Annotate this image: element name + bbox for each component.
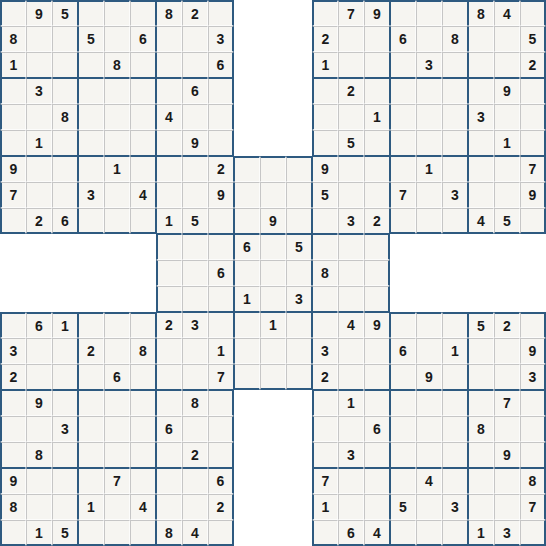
cell-r1c1[interactable] [0, 0, 26, 26]
cell-r1c7[interactable]: 8 [156, 0, 182, 26]
cell-r17c6[interactable] [130, 416, 156, 442]
cell-r16c18[interactable] [442, 390, 468, 416]
cell-r1c4[interactable] [78, 0, 104, 26]
cell-r3c18[interactable] [442, 52, 468, 78]
cell-r9c18[interactable] [442, 208, 468, 234]
cell-r21c5[interactable] [104, 520, 130, 546]
cell-r20c3[interactable] [52, 494, 78, 520]
cell-r17c13[interactable] [312, 416, 338, 442]
cell-r4c5[interactable] [104, 78, 130, 104]
cell-r2c5[interactable] [104, 26, 130, 52]
cell-r18c15[interactable] [364, 442, 390, 468]
cell-r6c2[interactable]: 1 [26, 130, 52, 156]
cell-r3c17[interactable]: 3 [416, 52, 442, 78]
cell-r17c5[interactable] [104, 416, 130, 442]
cell-r5c16[interactable] [390, 104, 416, 130]
cell-r14c1[interactable]: 3 [0, 338, 26, 364]
cell-r6c1[interactable] [0, 130, 26, 156]
cell-r7c10[interactable] [234, 156, 260, 182]
cell-r4c14[interactable]: 2 [338, 78, 364, 104]
cell-r2c21[interactable]: 5 [520, 26, 546, 52]
cell-r15c16[interactable] [390, 364, 416, 390]
cell-r7c19[interactable] [468, 156, 494, 182]
cell-r8c10[interactable] [234, 182, 260, 208]
cell-r15c5[interactable]: 6 [104, 364, 130, 390]
cell-r15c3[interactable] [52, 364, 78, 390]
cell-r4c21[interactable] [520, 78, 546, 104]
cell-r12c14[interactable] [338, 286, 364, 312]
cell-r7c7[interactable] [156, 156, 182, 182]
cell-r1c16[interactable] [390, 0, 416, 26]
cell-r8c8[interactable] [182, 182, 208, 208]
cell-r12c7[interactable] [156, 286, 182, 312]
cell-r12c13[interactable] [312, 286, 338, 312]
cell-r2c20[interactable] [494, 26, 520, 52]
cell-r9c11[interactable]: 9 [260, 208, 286, 234]
cell-r5c6[interactable] [130, 104, 156, 130]
cell-r1c6[interactable] [130, 0, 156, 26]
cell-r5c7[interactable]: 4 [156, 104, 182, 130]
cell-r14c2[interactable] [26, 338, 52, 364]
cell-r16c15[interactable] [364, 390, 390, 416]
cell-r15c12[interactable] [286, 364, 312, 390]
cell-r1c19[interactable]: 8 [468, 0, 494, 26]
cell-r21c9[interactable] [208, 520, 234, 546]
cell-r15c15[interactable] [364, 364, 390, 390]
cell-r15c21[interactable]: 3 [520, 364, 546, 390]
cell-r5c19[interactable]: 3 [468, 104, 494, 130]
cell-r18c1[interactable] [0, 442, 26, 468]
cell-r9c20[interactable]: 5 [494, 208, 520, 234]
cell-r16c14[interactable]: 1 [338, 390, 364, 416]
cell-r13c20[interactable]: 2 [494, 312, 520, 338]
cell-r9c3[interactable]: 6 [52, 208, 78, 234]
cell-r3c2[interactable] [26, 52, 52, 78]
cell-r13c19[interactable]: 5 [468, 312, 494, 338]
cell-r19c8[interactable] [182, 468, 208, 494]
cell-r18c4[interactable] [78, 442, 104, 468]
cell-r18c20[interactable]: 9 [494, 442, 520, 468]
cell-r2c9[interactable]: 3 [208, 26, 234, 52]
cell-r2c8[interactable] [182, 26, 208, 52]
cell-r10c13[interactable] [312, 234, 338, 260]
cell-r8c18[interactable]: 3 [442, 182, 468, 208]
cell-r21c4[interactable] [78, 520, 104, 546]
cell-r14c14[interactable] [338, 338, 364, 364]
cell-r20c18[interactable]: 3 [442, 494, 468, 520]
cell-r13c16[interactable] [390, 312, 416, 338]
cell-r17c8[interactable] [182, 416, 208, 442]
cell-r19c19[interactable] [468, 468, 494, 494]
cell-r5c2[interactable] [26, 104, 52, 130]
cell-r15c9[interactable]: 7 [208, 364, 234, 390]
cell-r18c2[interactable]: 8 [26, 442, 52, 468]
cell-r21c7[interactable]: 8 [156, 520, 182, 546]
cell-r7c13[interactable]: 9 [312, 156, 338, 182]
cell-r11c10[interactable] [234, 260, 260, 286]
cell-r10c15[interactable] [364, 234, 390, 260]
cell-r10c14[interactable] [338, 234, 364, 260]
cell-r14c3[interactable] [52, 338, 78, 364]
cell-r15c10[interactable] [234, 364, 260, 390]
cell-r6c8[interactable]: 9 [182, 130, 208, 156]
cell-r9c10[interactable] [234, 208, 260, 234]
cell-r4c9[interactable] [208, 78, 234, 104]
cell-r14c21[interactable]: 9 [520, 338, 546, 364]
cell-r2c1[interactable]: 8 [0, 26, 26, 52]
cell-r19c2[interactable] [26, 468, 52, 494]
cell-r6c19[interactable] [468, 130, 494, 156]
cell-r7c17[interactable]: 1 [416, 156, 442, 182]
cell-r15c20[interactable] [494, 364, 520, 390]
cell-r3c9[interactable]: 6 [208, 52, 234, 78]
cell-r6c3[interactable] [52, 130, 78, 156]
cell-r20c17[interactable] [416, 494, 442, 520]
cell-r1c17[interactable] [416, 0, 442, 26]
cell-r14c9[interactable]: 1 [208, 338, 234, 364]
cell-r19c18[interactable] [442, 468, 468, 494]
cell-r8c1[interactable]: 7 [0, 182, 26, 208]
cell-r16c6[interactable] [130, 390, 156, 416]
cell-r11c13[interactable]: 8 [312, 260, 338, 286]
cell-r16c16[interactable] [390, 390, 416, 416]
cell-r7c6[interactable] [130, 156, 156, 182]
cell-r8c2[interactable] [26, 182, 52, 208]
cell-r17c4[interactable] [78, 416, 104, 442]
cell-r18c17[interactable] [416, 442, 442, 468]
cell-r21c8[interactable]: 4 [182, 520, 208, 546]
cell-r9c19[interactable]: 4 [468, 208, 494, 234]
cell-r3c4[interactable] [78, 52, 104, 78]
cell-r19c16[interactable] [390, 468, 416, 494]
cell-r17c18[interactable] [442, 416, 468, 442]
cell-r12c9[interactable] [208, 286, 234, 312]
cell-r14c11[interactable] [260, 338, 286, 364]
cell-r8c14[interactable] [338, 182, 364, 208]
cell-r2c14[interactable] [338, 26, 364, 52]
cell-r13c6[interactable] [130, 312, 156, 338]
cell-r14c4[interactable]: 2 [78, 338, 104, 364]
cell-r13c2[interactable]: 6 [26, 312, 52, 338]
cell-r13c10[interactable] [234, 312, 260, 338]
cell-r4c1[interactable] [0, 78, 26, 104]
cell-r7c9[interactable]: 2 [208, 156, 234, 182]
cell-r8c9[interactable]: 9 [208, 182, 234, 208]
cell-r6c17[interactable] [416, 130, 442, 156]
cell-r14c7[interactable] [156, 338, 182, 364]
cell-r5c5[interactable] [104, 104, 130, 130]
cell-r3c6[interactable] [130, 52, 156, 78]
cell-r15c14[interactable] [338, 364, 364, 390]
cell-r4c6[interactable] [130, 78, 156, 104]
cell-r13c12[interactable] [286, 312, 312, 338]
cell-r18c18[interactable] [442, 442, 468, 468]
cell-r5c8[interactable] [182, 104, 208, 130]
cell-r5c4[interactable] [78, 104, 104, 130]
cell-r7c8[interactable] [182, 156, 208, 182]
cell-r2c7[interactable] [156, 26, 182, 52]
cell-r17c17[interactable] [416, 416, 442, 442]
cell-r7c3[interactable] [52, 156, 78, 182]
cell-r13c17[interactable] [416, 312, 442, 338]
cell-r4c8[interactable]: 6 [182, 78, 208, 104]
cell-r8c15[interactable] [364, 182, 390, 208]
cell-r16c9[interactable] [208, 390, 234, 416]
cell-r8c13[interactable]: 5 [312, 182, 338, 208]
cell-r8c4[interactable]: 3 [78, 182, 104, 208]
cell-r20c6[interactable]: 4 [130, 494, 156, 520]
cell-r16c7[interactable] [156, 390, 182, 416]
cell-r19c3[interactable] [52, 468, 78, 494]
cell-r6c13[interactable] [312, 130, 338, 156]
cell-r18c5[interactable] [104, 442, 130, 468]
cell-r17c2[interactable] [26, 416, 52, 442]
cell-r3c15[interactable] [364, 52, 390, 78]
cell-r10c10[interactable]: 6 [234, 234, 260, 260]
cell-r8c20[interactable] [494, 182, 520, 208]
cell-r19c9[interactable]: 6 [208, 468, 234, 494]
cell-r17c14[interactable] [338, 416, 364, 442]
cell-r6c21[interactable] [520, 130, 546, 156]
cell-r5c13[interactable] [312, 104, 338, 130]
cell-r21c13[interactable] [312, 520, 338, 546]
cell-r13c5[interactable] [104, 312, 130, 338]
cell-r17c20[interactable] [494, 416, 520, 442]
cell-r5c1[interactable] [0, 104, 26, 130]
cell-r9c16[interactable] [390, 208, 416, 234]
cell-r20c13[interactable]: 1 [312, 494, 338, 520]
cell-r17c16[interactable] [390, 416, 416, 442]
cell-r7c2[interactable] [26, 156, 52, 182]
cell-r20c16[interactable]: 5 [390, 494, 416, 520]
cell-r1c2[interactable]: 9 [26, 0, 52, 26]
cell-r15c13[interactable]: 2 [312, 364, 338, 390]
cell-r15c17[interactable]: 9 [416, 364, 442, 390]
cell-r12c15[interactable] [364, 286, 390, 312]
cell-r8c17[interactable] [416, 182, 442, 208]
cell-r9c4[interactable] [78, 208, 104, 234]
cell-r20c15[interactable] [364, 494, 390, 520]
cell-r19c17[interactable]: 4 [416, 468, 442, 494]
cell-r15c6[interactable] [130, 364, 156, 390]
cell-r20c1[interactable]: 8 [0, 494, 26, 520]
cell-r5c9[interactable] [208, 104, 234, 130]
cell-r16c8[interactable]: 8 [182, 390, 208, 416]
cell-r3c8[interactable] [182, 52, 208, 78]
cell-r18c7[interactable] [156, 442, 182, 468]
cell-r18c8[interactable]: 2 [182, 442, 208, 468]
cell-r14c16[interactable]: 6 [390, 338, 416, 364]
cell-r10c7[interactable] [156, 234, 182, 260]
cell-r13c7[interactable]: 2 [156, 312, 182, 338]
cell-r9c7[interactable]: 1 [156, 208, 182, 234]
cell-r6c5[interactable] [104, 130, 130, 156]
cell-r2c15[interactable] [364, 26, 390, 52]
cell-r5c21[interactable] [520, 104, 546, 130]
cell-r18c3[interactable] [52, 442, 78, 468]
cell-r2c17[interactable] [416, 26, 442, 52]
cell-r13c3[interactable]: 1 [52, 312, 78, 338]
cell-r11c15[interactable] [364, 260, 390, 286]
cell-r1c13[interactable] [312, 0, 338, 26]
cell-r21c2[interactable]: 1 [26, 520, 52, 546]
cell-r16c2[interactable]: 9 [26, 390, 52, 416]
cell-r19c1[interactable]: 9 [0, 468, 26, 494]
cell-r7c18[interactable] [442, 156, 468, 182]
cell-r7c16[interactable] [390, 156, 416, 182]
cell-r20c14[interactable] [338, 494, 364, 520]
cell-r19c13[interactable]: 7 [312, 468, 338, 494]
cell-r12c10[interactable]: 1 [234, 286, 260, 312]
cell-r9c15[interactable]: 2 [364, 208, 390, 234]
cell-r17c21[interactable] [520, 416, 546, 442]
cell-r9c13[interactable] [312, 208, 338, 234]
cell-r13c15[interactable]: 9 [364, 312, 390, 338]
cell-r10c9[interactable] [208, 234, 234, 260]
cell-r6c20[interactable]: 1 [494, 130, 520, 156]
cell-r2c6[interactable]: 6 [130, 26, 156, 52]
cell-r14c13[interactable]: 3 [312, 338, 338, 364]
cell-r7c4[interactable] [78, 156, 104, 182]
cell-r14c12[interactable] [286, 338, 312, 364]
cell-r17c7[interactable]: 6 [156, 416, 182, 442]
cell-r17c19[interactable]: 8 [468, 416, 494, 442]
cell-r20c4[interactable]: 1 [78, 494, 104, 520]
cell-r8c5[interactable] [104, 182, 130, 208]
cell-r14c17[interactable] [416, 338, 442, 364]
cell-r18c9[interactable] [208, 442, 234, 468]
cell-r16c5[interactable] [104, 390, 130, 416]
cell-r21c15[interactable]: 4 [364, 520, 390, 546]
cell-r14c20[interactable] [494, 338, 520, 364]
cell-r6c16[interactable] [390, 130, 416, 156]
cell-r9c21[interactable] [520, 208, 546, 234]
cell-r19c6[interactable] [130, 468, 156, 494]
cell-r20c7[interactable] [156, 494, 182, 520]
cell-r4c17[interactable] [416, 78, 442, 104]
cell-r11c7[interactable] [156, 260, 182, 286]
cell-r4c20[interactable]: 9 [494, 78, 520, 104]
cell-r11c11[interactable] [260, 260, 286, 286]
cell-r4c18[interactable] [442, 78, 468, 104]
cell-r13c18[interactable] [442, 312, 468, 338]
cell-r20c21[interactable]: 7 [520, 494, 546, 520]
cell-r12c12[interactable]: 3 [286, 286, 312, 312]
cell-r21c16[interactable] [390, 520, 416, 546]
cell-r4c15[interactable] [364, 78, 390, 104]
cell-r18c16[interactable] [390, 442, 416, 468]
cell-r3c19[interactable] [468, 52, 494, 78]
samurai-sudoku-board[interactable]: 9582798485632685186132362984131951912917… [0, 0, 546, 546]
cell-r13c4[interactable] [78, 312, 104, 338]
cell-r18c13[interactable] [312, 442, 338, 468]
cell-r7c11[interactable] [260, 156, 286, 182]
cell-r7c15[interactable] [364, 156, 390, 182]
cell-r21c20[interactable]: 3 [494, 520, 520, 546]
cell-r3c13[interactable]: 1 [312, 52, 338, 78]
cell-r2c19[interactable] [468, 26, 494, 52]
cell-r4c16[interactable] [390, 78, 416, 104]
cell-r16c1[interactable] [0, 390, 26, 416]
cell-r14c8[interactable] [182, 338, 208, 364]
cell-r2c18[interactable]: 8 [442, 26, 468, 52]
cell-r17c3[interactable]: 3 [52, 416, 78, 442]
cell-r14c10[interactable] [234, 338, 260, 364]
cell-r1c18[interactable] [442, 0, 468, 26]
cell-r6c18[interactable] [442, 130, 468, 156]
cell-r14c18[interactable]: 1 [442, 338, 468, 364]
cell-r13c1[interactable] [0, 312, 26, 338]
cell-r4c2[interactable]: 3 [26, 78, 52, 104]
cell-r9c12[interactable] [286, 208, 312, 234]
cell-r8c21[interactable]: 9 [520, 182, 546, 208]
cell-r3c20[interactable] [494, 52, 520, 78]
cell-r20c19[interactable] [468, 494, 494, 520]
cell-r8c6[interactable]: 4 [130, 182, 156, 208]
cell-r21c6[interactable] [130, 520, 156, 546]
cell-r19c14[interactable] [338, 468, 364, 494]
cell-r19c20[interactable] [494, 468, 520, 494]
cell-r21c3[interactable]: 5 [52, 520, 78, 546]
cell-r14c5[interactable] [104, 338, 130, 364]
cell-r17c1[interactable] [0, 416, 26, 442]
cell-r9c2[interactable]: 2 [26, 208, 52, 234]
cell-r6c9[interactable] [208, 130, 234, 156]
cell-r1c3[interactable]: 5 [52, 0, 78, 26]
cell-r1c15[interactable]: 9 [364, 0, 390, 26]
cell-r13c21[interactable] [520, 312, 546, 338]
cell-r8c3[interactable] [52, 182, 78, 208]
cell-r18c14[interactable]: 3 [338, 442, 364, 468]
cell-r10c12[interactable]: 5 [286, 234, 312, 260]
cell-r3c5[interactable]: 8 [104, 52, 130, 78]
cell-r21c1[interactable] [0, 520, 26, 546]
cell-r18c21[interactable] [520, 442, 546, 468]
cell-r4c3[interactable] [52, 78, 78, 104]
cell-r19c5[interactable]: 7 [104, 468, 130, 494]
cell-r7c20[interactable] [494, 156, 520, 182]
cell-r3c14[interactable] [338, 52, 364, 78]
cell-r9c17[interactable] [416, 208, 442, 234]
cell-r20c2[interactable] [26, 494, 52, 520]
cell-r15c18[interactable] [442, 364, 468, 390]
cell-r2c2[interactable] [26, 26, 52, 52]
cell-r9c14[interactable]: 3 [338, 208, 364, 234]
cell-r20c5[interactable] [104, 494, 130, 520]
cell-r14c19[interactable] [468, 338, 494, 364]
cell-r19c15[interactable] [364, 468, 390, 494]
cell-r13c9[interactable] [208, 312, 234, 338]
cell-r14c15[interactable] [364, 338, 390, 364]
cell-r5c14[interactable] [338, 104, 364, 130]
cell-r1c21[interactable] [520, 0, 546, 26]
cell-r19c21[interactable]: 8 [520, 468, 546, 494]
cell-r1c9[interactable] [208, 0, 234, 26]
cell-r21c21[interactable] [520, 520, 546, 546]
cell-r4c19[interactable] [468, 78, 494, 104]
cell-r15c4[interactable] [78, 364, 104, 390]
cell-r11c12[interactable] [286, 260, 312, 286]
cell-r11c8[interactable] [182, 260, 208, 286]
cell-r21c19[interactable]: 1 [468, 520, 494, 546]
cell-r4c13[interactable] [312, 78, 338, 104]
cell-r2c16[interactable]: 6 [390, 26, 416, 52]
cell-r15c8[interactable] [182, 364, 208, 390]
cell-r1c5[interactable] [104, 0, 130, 26]
cell-r14c6[interactable]: 8 [130, 338, 156, 364]
cell-r16c4[interactable] [78, 390, 104, 416]
cell-r16c17[interactable] [416, 390, 442, 416]
